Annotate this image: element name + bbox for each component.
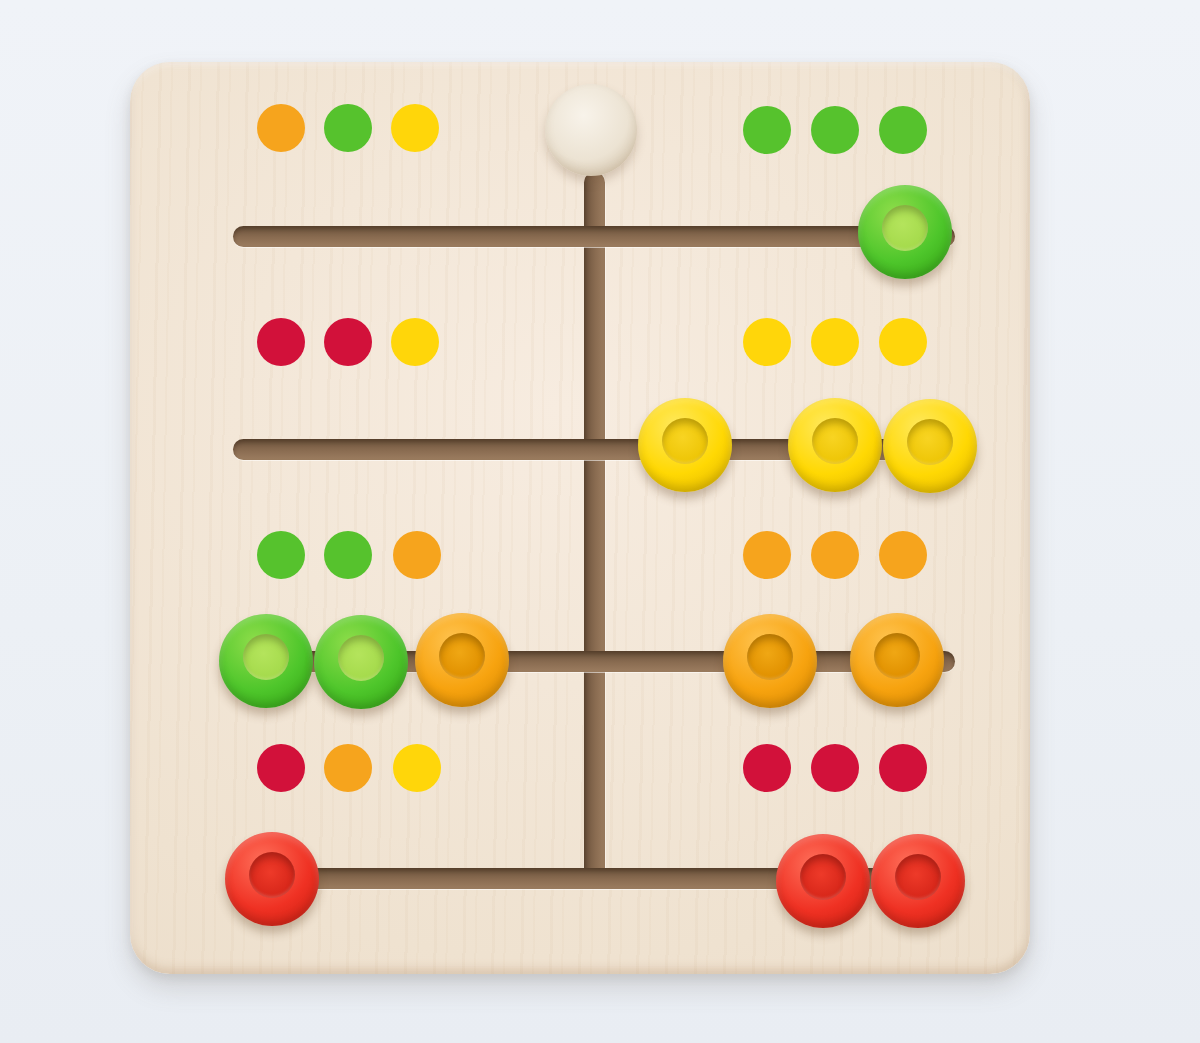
piece-orange-1[interactable] — [415, 613, 509, 707]
clue-dot-left-row3-2 — [324, 531, 372, 579]
green-piece-recess — [338, 635, 384, 681]
stage — [0, 0, 1200, 1043]
piece-yellow-3[interactable] — [883, 399, 977, 493]
red-piece-recess — [895, 854, 941, 900]
clue-dot-left-row1-3 — [391, 104, 439, 152]
piece-orange-3[interactable] — [850, 613, 944, 707]
orange-piece-recess — [874, 633, 920, 679]
yellow-piece-recess — [662, 418, 708, 464]
piece-green-1[interactable] — [858, 185, 952, 279]
piece-green-3[interactable] — [314, 615, 408, 709]
red-piece-recess — [249, 852, 295, 898]
piece-red-2[interactable] — [776, 834, 870, 928]
clue-dot-right-row3-1 — [743, 531, 791, 579]
green-piece-recess — [243, 634, 289, 680]
clue-dot-right-row4-2 — [811, 744, 859, 792]
clue-dot-left-row4-1 — [257, 744, 305, 792]
piece-red-1[interactable] — [225, 832, 319, 926]
clue-dot-left-row1-1 — [257, 104, 305, 152]
clue-dot-right-row1-3 — [879, 106, 927, 154]
slot-row-1 — [233, 226, 955, 247]
clue-dot-right-row3-2 — [811, 531, 859, 579]
clue-dot-left-row3-1 — [257, 531, 305, 579]
clue-dot-right-row2-2 — [811, 318, 859, 366]
clue-dot-left-row2-1 — [257, 318, 305, 366]
clue-dot-left-row2-2 — [324, 318, 372, 366]
red-piece-recess — [800, 854, 846, 900]
clue-dot-right-row2-1 — [743, 318, 791, 366]
clue-dot-right-row1-1 — [743, 106, 791, 154]
clue-dot-right-row4-3 — [879, 744, 927, 792]
clue-dot-left-row2-3 — [391, 318, 439, 366]
green-piece-recess — [882, 205, 928, 251]
piece-yellow-1[interactable] — [638, 398, 732, 492]
yellow-piece-recess — [907, 419, 953, 465]
clue-dot-right-row1-2 — [811, 106, 859, 154]
clue-dot-left-row4-3 — [393, 744, 441, 792]
piece-green-2[interactable] — [219, 614, 313, 708]
clue-dot-left-row4-2 — [324, 744, 372, 792]
center-vertical-slot — [584, 172, 605, 888]
piece-red-3[interactable] — [871, 834, 965, 928]
clue-dot-left-row1-2 — [324, 104, 372, 152]
clue-dot-left-row3-3 — [393, 531, 441, 579]
clue-dot-right-row3-3 — [879, 531, 927, 579]
orange-piece-recess — [439, 633, 485, 679]
orange-piece-recess — [747, 634, 793, 680]
clue-dot-right-row4-1 — [743, 744, 791, 792]
clue-dot-right-row2-3 — [879, 318, 927, 366]
piece-orange-2[interactable] — [723, 614, 817, 708]
piece-yellow-2[interactable] — [788, 398, 882, 492]
ball-handle[interactable] — [545, 84, 637, 176]
yellow-piece-recess — [812, 418, 858, 464]
